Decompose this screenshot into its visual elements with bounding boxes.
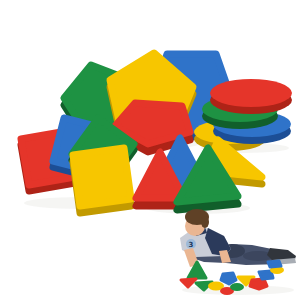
circle-red-face: [210, 79, 292, 107]
square-yellow: [73, 148, 131, 213]
squares-group: [21, 118, 134, 213]
floor-red-triangle: [181, 279, 196, 287]
floor-green-circle: [230, 283, 244, 291]
child-hair-side: [201, 216, 209, 228]
floor-blue-pentagon: [221, 273, 236, 284]
child-badge-number: 3: [189, 241, 194, 249]
circle-red: [210, 79, 292, 114]
square-yellow-face: [73, 148, 131, 206]
floor-blue-block: [259, 271, 273, 279]
child-figure: 3: [180, 209, 296, 267]
product-photo: 3: [0, 0, 300, 300]
floor-blue-block-2: [268, 261, 281, 267]
scene-canvas: 3: [0, 0, 300, 300]
floor-red-pentagon: [250, 279, 267, 289]
